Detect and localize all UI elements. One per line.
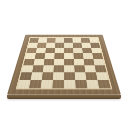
- square-f6: [73, 48, 83, 53]
- square-e2: [64, 72, 75, 80]
- square-e1: [64, 80, 76, 88]
- square-h2: [96, 72, 109, 80]
- square-a6: [26, 48, 36, 53]
- square-h1: [97, 80, 110, 88]
- square-h3: [95, 65, 107, 72]
- square-d1: [52, 80, 64, 88]
- square-c8: [47, 38, 56, 43]
- board-grid: [17, 38, 111, 88]
- square-d8: [55, 38, 64, 43]
- square-a2: [19, 72, 32, 80]
- square-e6: [64, 48, 73, 53]
- square-h4: [93, 59, 104, 65]
- square-e3: [64, 65, 75, 72]
- chess-board: [7, 35, 121, 95]
- square-d3: [53, 65, 64, 72]
- chessboard-product-photo: [0, 0, 130, 130]
- square-c3: [43, 65, 54, 72]
- square-g5: [83, 53, 94, 59]
- square-c2: [42, 72, 54, 80]
- square-h7: [90, 43, 100, 48]
- board-front-edge: [7, 95, 121, 99]
- square-c1: [41, 80, 53, 88]
- square-b7: [37, 43, 47, 48]
- square-d2: [53, 72, 64, 80]
- board-stringing-border: [16, 37, 113, 89]
